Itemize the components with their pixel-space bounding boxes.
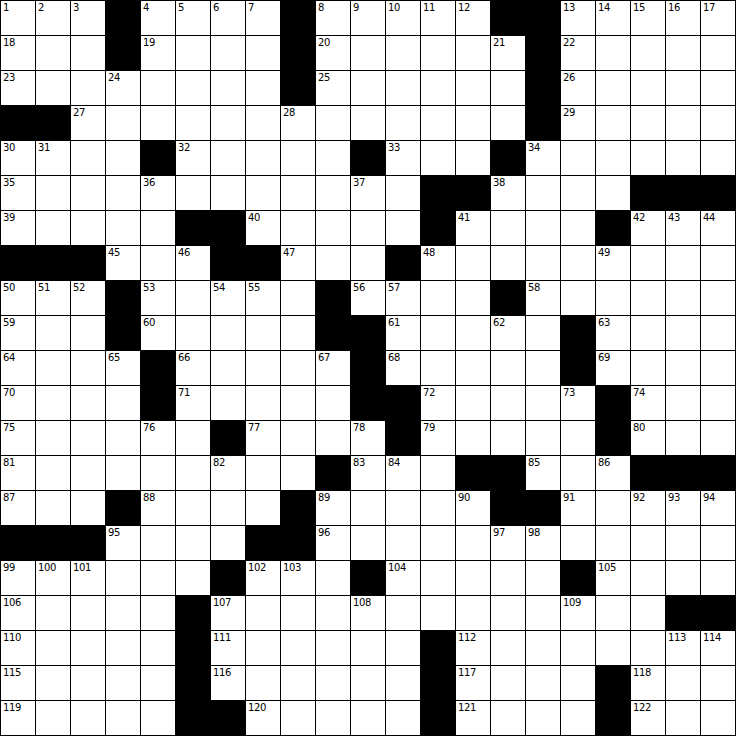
cell-r16c15[interactable] — [526, 561, 560, 595]
cell-r8c10[interactable]: 56 — [351, 281, 385, 315]
cell-r12c12[interactable]: 79 — [421, 421, 455, 455]
cell-r20c0[interactable]: 119 — [1, 701, 35, 735]
cell-r18c1[interactable] — [36, 631, 70, 665]
cell-r15c12[interactable] — [421, 526, 455, 560]
cell-r11c6[interactable] — [211, 386, 245, 420]
cell-r0c20[interactable]: 17 — [701, 1, 735, 35]
cell-r16c17[interactable]: 105 — [596, 561, 630, 595]
cell-r17c8[interactable] — [281, 596, 315, 630]
cell-r0c6[interactable]: 6 — [211, 1, 245, 35]
cell-r10c7[interactable] — [246, 351, 280, 385]
cell-r12c14[interactable] — [491, 421, 525, 455]
cell-r12c9[interactable] — [316, 421, 350, 455]
cell-r12c8[interactable] — [281, 421, 315, 455]
cell-r8c8[interactable] — [281, 281, 315, 315]
cell-r8c13[interactable] — [456, 281, 490, 315]
cell-r1c11[interactable] — [386, 36, 420, 70]
cell-r15c4[interactable] — [141, 526, 175, 560]
cell-r5c1[interactable] — [36, 176, 70, 210]
cell-r9c14[interactable]: 62 — [491, 316, 525, 350]
cell-r2c19[interactable] — [666, 71, 700, 105]
cell-r3c13[interactable] — [456, 106, 490, 140]
cell-r11c14[interactable] — [491, 386, 525, 420]
cell-r16c0[interactable]: 99 — [1, 561, 35, 595]
cell-r5c14[interactable]: 38 — [491, 176, 525, 210]
cell-r1c19[interactable] — [666, 36, 700, 70]
cell-r3c20[interactable] — [701, 106, 735, 140]
cell-r3c18[interactable] — [631, 106, 665, 140]
cell-r2c4[interactable] — [141, 71, 175, 105]
cell-r20c3[interactable] — [106, 701, 140, 735]
cell-r17c17[interactable] — [596, 596, 630, 630]
cell-r1c16[interactable]: 22 — [561, 36, 595, 70]
cell-r13c11[interactable]: 84 — [386, 456, 420, 490]
cell-r0c9[interactable]: 8 — [316, 1, 350, 35]
cell-r4c6[interactable] — [211, 141, 245, 175]
cell-r17c6[interactable]: 107 — [211, 596, 245, 630]
cell-r12c18[interactable]: 80 — [631, 421, 665, 455]
cell-r16c1[interactable]: 100 — [36, 561, 70, 595]
cell-r14c19[interactable]: 93 — [666, 491, 700, 525]
cell-r12c19[interactable] — [666, 421, 700, 455]
cell-r13c5[interactable] — [176, 456, 210, 490]
cell-r15c3[interactable]: 95 — [106, 526, 140, 560]
cell-r3c14[interactable] — [491, 106, 525, 140]
cell-r0c2[interactable]: 3 — [71, 1, 105, 35]
cell-r11c19[interactable] — [666, 386, 700, 420]
cell-r8c11[interactable]: 57 — [386, 281, 420, 315]
cell-r18c19[interactable]: 113 — [666, 631, 700, 665]
cell-r14c7[interactable] — [246, 491, 280, 525]
cell-r9c19[interactable] — [666, 316, 700, 350]
cell-r6c15[interactable] — [526, 211, 560, 245]
cell-r18c0[interactable]: 110 — [1, 631, 35, 665]
cell-r7c19[interactable] — [666, 246, 700, 280]
cell-r13c2[interactable] — [71, 456, 105, 490]
cell-r7c13[interactable] — [456, 246, 490, 280]
cell-r6c19[interactable]: 43 — [666, 211, 700, 245]
cell-r2c6[interactable] — [211, 71, 245, 105]
cell-r13c12[interactable] — [421, 456, 455, 490]
cell-r17c14[interactable] — [491, 596, 525, 630]
cell-r20c2[interactable] — [71, 701, 105, 735]
cell-r19c18[interactable]: 118 — [631, 666, 665, 700]
cell-r15c11[interactable] — [386, 526, 420, 560]
cell-r15c13[interactable] — [456, 526, 490, 560]
cell-r4c18[interactable] — [631, 141, 665, 175]
cell-r11c3[interactable] — [106, 386, 140, 420]
cell-r4c1[interactable]: 31 — [36, 141, 70, 175]
cell-r18c10[interactable] — [351, 631, 385, 665]
cell-r14c4[interactable]: 88 — [141, 491, 175, 525]
cell-r0c1[interactable]: 2 — [36, 1, 70, 35]
cell-r8c5[interactable] — [176, 281, 210, 315]
cell-r1c1[interactable] — [36, 36, 70, 70]
cell-r14c17[interactable] — [596, 491, 630, 525]
cell-r19c0[interactable]: 115 — [1, 666, 35, 700]
cell-r11c18[interactable]: 74 — [631, 386, 665, 420]
cell-r3c17[interactable] — [596, 106, 630, 140]
cell-r11c15[interactable] — [526, 386, 560, 420]
cell-r14c13[interactable]: 90 — [456, 491, 490, 525]
cell-r12c3[interactable] — [106, 421, 140, 455]
cell-r5c3[interactable] — [106, 176, 140, 210]
cell-r13c17[interactable]: 86 — [596, 456, 630, 490]
cell-r16c19[interactable] — [666, 561, 700, 595]
cell-r8c19[interactable] — [666, 281, 700, 315]
cell-r18c13[interactable]: 112 — [456, 631, 490, 665]
cell-r17c2[interactable] — [71, 596, 105, 630]
cell-r13c6[interactable]: 82 — [211, 456, 245, 490]
cell-r18c11[interactable] — [386, 631, 420, 665]
cell-r7c4[interactable] — [141, 246, 175, 280]
cell-r17c12[interactable] — [421, 596, 455, 630]
cell-r2c0[interactable]: 23 — [1, 71, 35, 105]
cell-r2c7[interactable] — [246, 71, 280, 105]
cell-r3c8[interactable]: 28 — [281, 106, 315, 140]
cell-r7c14[interactable] — [491, 246, 525, 280]
cell-r16c12[interactable] — [421, 561, 455, 595]
cell-r14c1[interactable] — [36, 491, 70, 525]
cell-r16c11[interactable]: 104 — [386, 561, 420, 595]
cell-r18c7[interactable] — [246, 631, 280, 665]
cell-r15c5[interactable] — [176, 526, 210, 560]
cell-r8c2[interactable]: 52 — [71, 281, 105, 315]
cell-r19c4[interactable] — [141, 666, 175, 700]
cell-r17c10[interactable]: 108 — [351, 596, 385, 630]
cell-r4c8[interactable] — [281, 141, 315, 175]
cell-r10c0[interactable]: 64 — [1, 351, 35, 385]
cell-r6c1[interactable] — [36, 211, 70, 245]
cell-r17c11[interactable] — [386, 596, 420, 630]
cell-r15c15[interactable]: 98 — [526, 526, 560, 560]
cell-r16c14[interactable] — [491, 561, 525, 595]
cell-r19c13[interactable]: 117 — [456, 666, 490, 700]
cell-r6c10[interactable] — [351, 211, 385, 245]
cell-r13c4[interactable] — [141, 456, 175, 490]
cell-r5c2[interactable] — [71, 176, 105, 210]
cell-r6c20[interactable]: 44 — [701, 211, 735, 245]
cell-r15c14[interactable]: 97 — [491, 526, 525, 560]
cell-r4c19[interactable] — [666, 141, 700, 175]
cell-r8c6[interactable]: 54 — [211, 281, 245, 315]
cell-r16c5[interactable] — [176, 561, 210, 595]
cell-r6c9[interactable] — [316, 211, 350, 245]
cell-r2c2[interactable] — [71, 71, 105, 105]
cell-r16c7[interactable]: 102 — [246, 561, 280, 595]
cell-r1c2[interactable] — [71, 36, 105, 70]
cell-r14c5[interactable] — [176, 491, 210, 525]
cell-r18c17[interactable] — [596, 631, 630, 665]
cell-r20c19[interactable] — [666, 701, 700, 735]
cell-r12c10[interactable]: 78 — [351, 421, 385, 455]
cell-r2c1[interactable] — [36, 71, 70, 105]
cell-r20c4[interactable] — [141, 701, 175, 735]
cell-r11c1[interactable] — [36, 386, 70, 420]
cell-r1c17[interactable] — [596, 36, 630, 70]
cell-r5c8[interactable] — [281, 176, 315, 210]
cell-r5c0[interactable]: 35 — [1, 176, 35, 210]
cell-r8c16[interactable] — [561, 281, 595, 315]
cell-r19c2[interactable] — [71, 666, 105, 700]
cell-r4c15[interactable]: 34 — [526, 141, 560, 175]
cell-r13c10[interactable]: 83 — [351, 456, 385, 490]
cell-r10c8[interactable] — [281, 351, 315, 385]
cell-r6c4[interactable] — [141, 211, 175, 245]
cell-r13c3[interactable] — [106, 456, 140, 490]
cell-r6c13[interactable]: 41 — [456, 211, 490, 245]
cell-r19c6[interactable]: 116 — [211, 666, 245, 700]
cell-r3c12[interactable] — [421, 106, 455, 140]
cell-r7c3[interactable]: 45 — [106, 246, 140, 280]
cell-r7c17[interactable]: 49 — [596, 246, 630, 280]
cell-r18c2[interactable] — [71, 631, 105, 665]
cell-r2c13[interactable] — [456, 71, 490, 105]
cell-r1c5[interactable] — [176, 36, 210, 70]
cell-r12c2[interactable] — [71, 421, 105, 455]
cell-r9c8[interactable] — [281, 316, 315, 350]
cell-r1c12[interactable] — [421, 36, 455, 70]
cell-r9c7[interactable] — [246, 316, 280, 350]
cell-r18c8[interactable] — [281, 631, 315, 665]
cell-r2c10[interactable] — [351, 71, 385, 105]
cell-r16c9[interactable] — [316, 561, 350, 595]
cell-r12c7[interactable]: 77 — [246, 421, 280, 455]
cell-r16c8[interactable]: 103 — [281, 561, 315, 595]
cell-r3c2[interactable]: 27 — [71, 106, 105, 140]
cell-r15c16[interactable] — [561, 526, 595, 560]
cell-r20c20[interactable] — [701, 701, 735, 735]
cell-r17c9[interactable] — [316, 596, 350, 630]
cell-r5c11[interactable] — [386, 176, 420, 210]
cell-r14c20[interactable]: 94 — [701, 491, 735, 525]
cell-r2c3[interactable]: 24 — [106, 71, 140, 105]
cell-r18c3[interactable] — [106, 631, 140, 665]
cell-r14c12[interactable] — [421, 491, 455, 525]
cell-r18c16[interactable] — [561, 631, 595, 665]
cell-r4c5[interactable]: 32 — [176, 141, 210, 175]
cell-r2c17[interactable] — [596, 71, 630, 105]
cell-r9c4[interactable]: 60 — [141, 316, 175, 350]
cell-r1c18[interactable] — [631, 36, 665, 70]
cell-r3c11[interactable] — [386, 106, 420, 140]
cell-r5c7[interactable] — [246, 176, 280, 210]
cell-r11c20[interactable] — [701, 386, 735, 420]
cell-r14c18[interactable]: 92 — [631, 491, 665, 525]
cell-r12c20[interactable] — [701, 421, 735, 455]
cell-r17c15[interactable] — [526, 596, 560, 630]
cell-r15c18[interactable] — [631, 526, 665, 560]
cell-r19c16[interactable] — [561, 666, 595, 700]
cell-r1c4[interactable]: 19 — [141, 36, 175, 70]
cell-r17c16[interactable]: 109 — [561, 596, 595, 630]
cell-r2c18[interactable] — [631, 71, 665, 105]
cell-r15c6[interactable] — [211, 526, 245, 560]
cell-r18c9[interactable] — [316, 631, 350, 665]
cell-r10c18[interactable] — [631, 351, 665, 385]
cell-r14c11[interactable] — [386, 491, 420, 525]
cell-r2c16[interactable]: 26 — [561, 71, 595, 105]
cell-r20c13[interactable]: 121 — [456, 701, 490, 735]
cell-r5c6[interactable] — [211, 176, 245, 210]
cell-r20c7[interactable]: 120 — [246, 701, 280, 735]
cell-r20c1[interactable] — [36, 701, 70, 735]
cell-r17c13[interactable] — [456, 596, 490, 630]
cell-r16c20[interactable] — [701, 561, 735, 595]
cell-r3c19[interactable] — [666, 106, 700, 140]
cell-r9c5[interactable] — [176, 316, 210, 350]
cell-r3c9[interactable] — [316, 106, 350, 140]
cell-r10c1[interactable] — [36, 351, 70, 385]
cell-r10c13[interactable] — [456, 351, 490, 385]
cell-r12c16[interactable] — [561, 421, 595, 455]
cell-r1c14[interactable]: 21 — [491, 36, 525, 70]
cell-r4c9[interactable] — [316, 141, 350, 175]
cell-r16c2[interactable]: 101 — [71, 561, 105, 595]
cell-r1c9[interactable]: 20 — [316, 36, 350, 70]
cell-r3c5[interactable] — [176, 106, 210, 140]
cell-r7c10[interactable] — [351, 246, 385, 280]
cell-r8c20[interactable] — [701, 281, 735, 315]
cell-r20c9[interactable] — [316, 701, 350, 735]
cell-r2c11[interactable] — [386, 71, 420, 105]
cell-r19c14[interactable] — [491, 666, 525, 700]
cell-r7c9[interactable] — [316, 246, 350, 280]
cell-r13c1[interactable] — [36, 456, 70, 490]
cell-r5c10[interactable]: 37 — [351, 176, 385, 210]
cell-r9c0[interactable]: 59 — [1, 316, 35, 350]
cell-r19c3[interactable] — [106, 666, 140, 700]
cell-r3c7[interactable] — [246, 106, 280, 140]
cell-r13c16[interactable] — [561, 456, 595, 490]
cell-r0c7[interactable]: 7 — [246, 1, 280, 35]
cell-r15c20[interactable] — [701, 526, 735, 560]
cell-r0c19[interactable]: 16 — [666, 1, 700, 35]
cell-r1c6[interactable] — [211, 36, 245, 70]
cell-r20c18[interactable]: 122 — [631, 701, 665, 735]
cell-r5c15[interactable] — [526, 176, 560, 210]
cell-r8c15[interactable]: 58 — [526, 281, 560, 315]
cell-r10c3[interactable]: 65 — [106, 351, 140, 385]
cell-r19c19[interactable] — [666, 666, 700, 700]
cell-r11c2[interactable] — [71, 386, 105, 420]
cell-r14c0[interactable]: 87 — [1, 491, 35, 525]
cell-r3c6[interactable] — [211, 106, 245, 140]
cell-r6c11[interactable] — [386, 211, 420, 245]
cell-r11c8[interactable] — [281, 386, 315, 420]
cell-r13c8[interactable] — [281, 456, 315, 490]
cell-r17c4[interactable] — [141, 596, 175, 630]
cell-r4c13[interactable] — [456, 141, 490, 175]
cell-r8c17[interactable] — [596, 281, 630, 315]
cell-r4c7[interactable] — [246, 141, 280, 175]
cell-r10c19[interactable] — [666, 351, 700, 385]
cell-r1c20[interactable] — [701, 36, 735, 70]
cell-r2c9[interactable]: 25 — [316, 71, 350, 105]
cell-r2c12[interactable] — [421, 71, 455, 105]
cell-r2c20[interactable] — [701, 71, 735, 105]
cell-r10c12[interactable] — [421, 351, 455, 385]
cell-r13c0[interactable]: 81 — [1, 456, 35, 490]
cell-r9c1[interactable] — [36, 316, 70, 350]
cell-r9c6[interactable] — [211, 316, 245, 350]
cell-r6c2[interactable] — [71, 211, 105, 245]
cell-r8c18[interactable] — [631, 281, 665, 315]
cell-r18c18[interactable] — [631, 631, 665, 665]
cell-r3c10[interactable] — [351, 106, 385, 140]
cell-r9c11[interactable]: 61 — [386, 316, 420, 350]
cell-r4c3[interactable] — [106, 141, 140, 175]
cell-r19c11[interactable] — [386, 666, 420, 700]
cell-r4c12[interactable] — [421, 141, 455, 175]
cell-r2c5[interactable] — [176, 71, 210, 105]
cell-r15c9[interactable]: 96 — [316, 526, 350, 560]
cell-r17c0[interactable]: 106 — [1, 596, 35, 630]
cell-r11c5[interactable]: 71 — [176, 386, 210, 420]
cell-r6c7[interactable]: 40 — [246, 211, 280, 245]
cell-r0c13[interactable]: 12 — [456, 1, 490, 35]
cell-r7c16[interactable] — [561, 246, 595, 280]
cell-r1c13[interactable] — [456, 36, 490, 70]
cell-r17c3[interactable] — [106, 596, 140, 630]
cell-r18c14[interactable] — [491, 631, 525, 665]
cell-r7c12[interactable]: 48 — [421, 246, 455, 280]
cell-r2c14[interactable] — [491, 71, 525, 105]
cell-r11c12[interactable]: 72 — [421, 386, 455, 420]
cell-r19c20[interactable] — [701, 666, 735, 700]
cell-r10c14[interactable] — [491, 351, 525, 385]
cell-r6c3[interactable] — [106, 211, 140, 245]
cell-r17c7[interactable] — [246, 596, 280, 630]
cell-r6c8[interactable] — [281, 211, 315, 245]
cell-r14c16[interactable]: 91 — [561, 491, 595, 525]
cell-r11c0[interactable]: 70 — [1, 386, 35, 420]
cell-r20c15[interactable] — [526, 701, 560, 735]
cell-r10c5[interactable]: 66 — [176, 351, 210, 385]
cell-r9c17[interactable]: 63 — [596, 316, 630, 350]
cell-r18c20[interactable]: 114 — [701, 631, 735, 665]
cell-r5c16[interactable] — [561, 176, 595, 210]
cell-r12c5[interactable] — [176, 421, 210, 455]
cell-r10c20[interactable] — [701, 351, 735, 385]
cell-r5c5[interactable] — [176, 176, 210, 210]
cell-r19c15[interactable] — [526, 666, 560, 700]
cell-r7c20[interactable] — [701, 246, 735, 280]
cell-r18c4[interactable] — [141, 631, 175, 665]
cell-r8c1[interactable]: 51 — [36, 281, 70, 315]
cell-r4c0[interactable]: 30 — [1, 141, 35, 175]
cell-r12c13[interactable] — [456, 421, 490, 455]
cell-r14c9[interactable]: 89 — [316, 491, 350, 525]
cell-r9c2[interactable] — [71, 316, 105, 350]
cell-r3c4[interactable] — [141, 106, 175, 140]
cell-r10c11[interactable]: 68 — [386, 351, 420, 385]
cell-r19c7[interactable] — [246, 666, 280, 700]
cell-r5c9[interactable] — [316, 176, 350, 210]
cell-r0c0[interactable]: 1 — [1, 1, 35, 35]
cell-r8c0[interactable]: 50 — [1, 281, 35, 315]
cell-r15c17[interactable] — [596, 526, 630, 560]
cell-r5c4[interactable]: 36 — [141, 176, 175, 210]
cell-r0c4[interactable]: 4 — [141, 1, 175, 35]
cell-r8c7[interactable]: 55 — [246, 281, 280, 315]
cell-r19c9[interactable] — [316, 666, 350, 700]
cell-r6c18[interactable]: 42 — [631, 211, 665, 245]
cell-r18c15[interactable] — [526, 631, 560, 665]
cell-r4c16[interactable] — [561, 141, 595, 175]
cell-r4c17[interactable] — [596, 141, 630, 175]
cell-r7c8[interactable]: 47 — [281, 246, 315, 280]
